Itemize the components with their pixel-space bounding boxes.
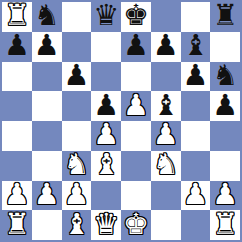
square-a5[interactable] (2, 91, 32, 121)
black-knight-piece[interactable]: ♞ (212, 61, 238, 90)
black-pawn-piece[interactable]: ♟ (93, 91, 119, 120)
square-f2[interactable] (151, 181, 181, 211)
black-pawn-piece[interactable]: ♟ (63, 61, 89, 90)
black-rook-piece[interactable]: ♜ (212, 1, 238, 30)
square-d8[interactable]: ♛ (91, 2, 121, 32)
black-knight-piece[interactable]: ♞ (34, 1, 60, 30)
square-e7[interactable]: ♟ (121, 32, 151, 62)
square-c1[interactable]: ♝ (62, 210, 92, 240)
square-f1[interactable] (151, 210, 181, 240)
black-queen-piece[interactable]: ♛ (93, 1, 119, 30)
white-pawn-piece[interactable]: ♟ (182, 180, 208, 209)
square-a1[interactable]: ♜ (2, 210, 32, 240)
white-pawn-piece[interactable]: ♟ (34, 180, 60, 209)
square-f7[interactable]: ♟ (151, 32, 181, 62)
square-a4[interactable] (2, 121, 32, 151)
white-pawn-piece[interactable]: ♟ (93, 120, 119, 149)
white-rook-piece[interactable]: ♜ (4, 210, 30, 239)
white-queen-piece[interactable]: ♛ (93, 210, 119, 239)
square-b2[interactable]: ♟ (32, 181, 62, 211)
square-d1[interactable]: ♛ (91, 210, 121, 240)
square-a7[interactable]: ♟ (2, 32, 32, 62)
black-bishop-piece[interactable]: ♝ (153, 91, 179, 120)
square-h4[interactable] (210, 121, 240, 151)
square-c6[interactable]: ♟ (62, 62, 92, 92)
square-b1[interactable] (32, 210, 62, 240)
square-g4[interactable] (181, 121, 211, 151)
white-pawn-piece[interactable]: ♟ (212, 180, 238, 209)
white-rook-piece[interactable]: ♜ (4, 1, 30, 30)
square-b4[interactable] (32, 121, 62, 151)
white-pawn-piece[interactable]: ♟ (123, 91, 149, 120)
square-h8[interactable]: ♜ (210, 2, 240, 32)
square-d7[interactable] (91, 32, 121, 62)
square-h1[interactable]: ♜ (210, 210, 240, 240)
square-c5[interactable] (62, 91, 92, 121)
black-pawn-piece[interactable]: ♟ (212, 91, 238, 120)
square-f3[interactable]: ♞ (151, 151, 181, 181)
black-pawn-piece[interactable]: ♟ (123, 31, 149, 60)
white-pawn-piece[interactable]: ♟ (63, 180, 89, 209)
square-a6[interactable] (2, 62, 32, 92)
black-bishop-piece[interactable]: ♝ (182, 31, 208, 60)
chess-board: ♜♞♛♚♜♟♟♟♟♝♟♟♞♟♟♝♟♟♟♞♝♞♟♟♟♟♟♜♝♛♚♜ (0, 0, 242, 242)
square-e4[interactable] (121, 121, 151, 151)
white-pawn-piece[interactable]: ♟ (4, 180, 30, 209)
white-king-piece[interactable]: ♚ (123, 210, 149, 239)
black-pawn-piece[interactable]: ♟ (4, 31, 30, 60)
square-b6[interactable] (32, 62, 62, 92)
square-e1[interactable]: ♚ (121, 210, 151, 240)
square-c8[interactable] (62, 2, 92, 32)
square-e5[interactable]: ♟ (121, 91, 151, 121)
black-pawn-piece[interactable]: ♟ (182, 61, 208, 90)
black-pawn-piece[interactable]: ♟ (153, 31, 179, 60)
white-knight-piece[interactable]: ♞ (153, 150, 179, 179)
square-g5[interactable] (181, 91, 211, 121)
square-h5[interactable]: ♟ (210, 91, 240, 121)
white-bishop-piece[interactable]: ♝ (93, 150, 119, 179)
black-pawn-piece[interactable]: ♟ (34, 31, 60, 60)
white-knight-piece[interactable]: ♞ (63, 150, 89, 179)
white-rook-piece[interactable]: ♜ (212, 210, 238, 239)
black-king-piece[interactable]: ♚ (123, 1, 149, 30)
white-pawn-piece[interactable]: ♟ (153, 120, 179, 149)
square-g2[interactable]: ♟ (181, 181, 211, 211)
square-d3[interactable]: ♝ (91, 151, 121, 181)
square-b5[interactable] (32, 91, 62, 121)
square-g1[interactable] (181, 210, 211, 240)
square-b7[interactable]: ♟ (32, 32, 62, 62)
square-e3[interactable] (121, 151, 151, 181)
square-g6[interactable]: ♟ (181, 62, 211, 92)
white-bishop-piece[interactable]: ♝ (63, 210, 89, 239)
